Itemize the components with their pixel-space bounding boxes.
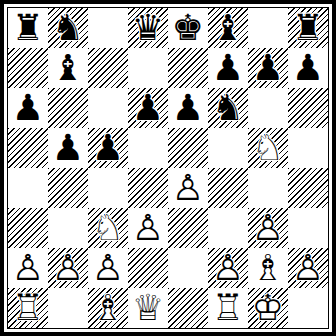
square-h2[interactable]: ♟♙ bbox=[288, 248, 328, 288]
piece-glyph: ♟ bbox=[248, 48, 288, 88]
square-e3[interactable] bbox=[168, 208, 208, 248]
square-e8[interactable]: ♚ bbox=[168, 8, 208, 48]
piece-bP-e6: ♟ bbox=[168, 88, 208, 128]
square-a5[interactable] bbox=[8, 128, 48, 168]
square-b5[interactable]: ♟ bbox=[48, 128, 88, 168]
piece-bB-f8: ♝ bbox=[208, 8, 248, 48]
square-d4[interactable] bbox=[128, 168, 168, 208]
piece-glyph: ♟ bbox=[128, 88, 168, 128]
square-a2[interactable]: ♟♙ bbox=[8, 248, 48, 288]
piece-glyph: ♜ bbox=[288, 8, 328, 48]
square-a8[interactable]: ♜ bbox=[8, 8, 48, 48]
square-d2[interactable] bbox=[128, 248, 168, 288]
piece-glyph: ♜ bbox=[8, 8, 48, 48]
square-b4[interactable] bbox=[48, 168, 88, 208]
piece-bB-b7: ♝ bbox=[48, 48, 88, 88]
square-c3[interactable]: ♞♘ bbox=[88, 208, 128, 248]
piece-glyph-outline: ♙ bbox=[88, 248, 128, 288]
square-c6[interactable] bbox=[88, 88, 128, 128]
square-a7[interactable] bbox=[8, 48, 48, 88]
square-c7[interactable] bbox=[88, 48, 128, 88]
piece-glyph-outline: ♙ bbox=[128, 208, 168, 248]
piece-glyph-outline: ♙ bbox=[248, 208, 288, 248]
piece-glyph-outline: ♕ bbox=[128, 288, 168, 328]
piece-bN-b8: ♞ bbox=[48, 8, 88, 48]
piece-glyph: ♛ bbox=[128, 8, 168, 48]
piece-bN-f6: ♞ bbox=[208, 88, 248, 128]
piece-glyph-outline: ♘ bbox=[88, 208, 128, 248]
piece-bQ-d8: ♛ bbox=[128, 8, 168, 48]
piece-glyph: ♝ bbox=[48, 48, 88, 88]
piece-glyph: ♟ bbox=[208, 48, 248, 88]
piece-bP-c5: ♟ bbox=[88, 128, 128, 168]
piece-wK-g1: ♚♔ bbox=[248, 288, 288, 328]
piece-wP-h2: ♟♙ bbox=[288, 248, 328, 288]
piece-glyph-outline: ♙ bbox=[168, 168, 208, 208]
square-b7[interactable]: ♝ bbox=[48, 48, 88, 88]
square-d6[interactable]: ♟ bbox=[128, 88, 168, 128]
square-c4[interactable] bbox=[88, 168, 128, 208]
piece-glyph: ♟ bbox=[288, 48, 328, 88]
square-h1[interactable] bbox=[288, 288, 328, 328]
piece-glyph-outline: ♖ bbox=[8, 288, 48, 328]
piece-wP-f2: ♟♙ bbox=[208, 248, 248, 288]
square-g1[interactable]: ♚♔ bbox=[248, 288, 288, 328]
square-b2[interactable]: ♟♙ bbox=[48, 248, 88, 288]
piece-bP-a6: ♟ bbox=[8, 88, 48, 128]
piece-glyph-outline: ♖ bbox=[208, 288, 248, 328]
square-f6[interactable]: ♞ bbox=[208, 88, 248, 128]
piece-glyph: ♞ bbox=[48, 8, 88, 48]
piece-glyph-outline: ♙ bbox=[288, 248, 328, 288]
square-h6[interactable] bbox=[288, 88, 328, 128]
square-f5[interactable] bbox=[208, 128, 248, 168]
piece-wR-a1: ♜♖ bbox=[8, 288, 48, 328]
square-h8[interactable]: ♜ bbox=[288, 8, 328, 48]
square-e2[interactable] bbox=[168, 248, 208, 288]
square-c5[interactable]: ♟ bbox=[88, 128, 128, 168]
board-frame: ♜♞♛♚♝♜♝♟♟♟♟♟♟♞♟♟♞♘♟♙♞♘♟♙♟♙♟♙♟♙♟♙♟♙♝♗♟♙♜♖… bbox=[0, 0, 336, 336]
square-h4[interactable] bbox=[288, 168, 328, 208]
piece-bP-h7: ♟ bbox=[288, 48, 328, 88]
square-f7[interactable]: ♟ bbox=[208, 48, 248, 88]
square-c1[interactable]: ♝♗ bbox=[88, 288, 128, 328]
piece-wP-d3: ♟♙ bbox=[128, 208, 168, 248]
square-e1[interactable] bbox=[168, 288, 208, 328]
chess-board: ♜♞♛♚♝♜♝♟♟♟♟♟♟♞♟♟♞♘♟♙♞♘♟♙♟♙♟♙♟♙♟♙♟♙♝♗♟♙♜♖… bbox=[8, 8, 328, 328]
piece-wP-a2: ♟♙ bbox=[8, 248, 48, 288]
square-g8[interactable] bbox=[248, 8, 288, 48]
piece-wB-g2: ♝♗ bbox=[248, 248, 288, 288]
square-d1[interactable]: ♛♕ bbox=[128, 288, 168, 328]
square-e7[interactable] bbox=[168, 48, 208, 88]
piece-bP-d6: ♟ bbox=[128, 88, 168, 128]
square-g7[interactable]: ♟ bbox=[248, 48, 288, 88]
piece-wP-e4: ♟♙ bbox=[168, 168, 208, 208]
square-b6[interactable] bbox=[48, 88, 88, 128]
square-h7[interactable]: ♟ bbox=[288, 48, 328, 88]
piece-wQ-d1: ♛♕ bbox=[128, 288, 168, 328]
square-b1[interactable] bbox=[48, 288, 88, 328]
board-inner-frame: ♜♞♛♚♝♜♝♟♟♟♟♟♟♞♟♟♞♘♟♙♞♘♟♙♟♙♟♙♟♙♟♙♟♙♝♗♟♙♜♖… bbox=[7, 7, 329, 329]
piece-wR-f1: ♜♖ bbox=[208, 288, 248, 328]
square-g5[interactable]: ♞♘ bbox=[248, 128, 288, 168]
square-h5[interactable] bbox=[288, 128, 328, 168]
piece-glyph: ♟ bbox=[8, 88, 48, 128]
square-h3[interactable] bbox=[288, 208, 328, 248]
piece-glyph: ♝ bbox=[208, 8, 248, 48]
piece-glyph-outline: ♗ bbox=[88, 288, 128, 328]
square-g6[interactable] bbox=[248, 88, 288, 128]
piece-bP-f7: ♟ bbox=[208, 48, 248, 88]
piece-glyph: ♟ bbox=[48, 128, 88, 168]
piece-bR-h8: ♜ bbox=[288, 8, 328, 48]
square-b3[interactable] bbox=[48, 208, 88, 248]
piece-bP-b5: ♟ bbox=[48, 128, 88, 168]
piece-wN-c3: ♞♘ bbox=[88, 208, 128, 248]
piece-glyph: ♞ bbox=[208, 88, 248, 128]
piece-wP-g3: ♟♙ bbox=[248, 208, 288, 248]
square-d7[interactable] bbox=[128, 48, 168, 88]
piece-glyph-outline: ♗ bbox=[248, 248, 288, 288]
square-f8[interactable]: ♝ bbox=[208, 8, 248, 48]
piece-wB-c1: ♝♗ bbox=[88, 288, 128, 328]
square-a4[interactable] bbox=[8, 168, 48, 208]
square-f4[interactable] bbox=[208, 168, 248, 208]
piece-bP-g7: ♟ bbox=[248, 48, 288, 88]
piece-bR-a8: ♜ bbox=[8, 8, 48, 48]
square-f1[interactable]: ♜♖ bbox=[208, 288, 248, 328]
piece-glyph: ♟ bbox=[168, 88, 208, 128]
square-a1[interactable]: ♜♖ bbox=[8, 288, 48, 328]
piece-bK-e8: ♚ bbox=[168, 8, 208, 48]
square-c8[interactable] bbox=[88, 8, 128, 48]
square-a6[interactable]: ♟ bbox=[8, 88, 48, 128]
piece-glyph-outline: ♙ bbox=[8, 248, 48, 288]
piece-glyph-outline: ♘ bbox=[248, 128, 288, 168]
square-g4[interactable] bbox=[248, 168, 288, 208]
piece-wP-b2: ♟♙ bbox=[48, 248, 88, 288]
piece-wN-g5: ♞♘ bbox=[248, 128, 288, 168]
square-a3[interactable] bbox=[8, 208, 48, 248]
piece-glyph-outline: ♙ bbox=[48, 248, 88, 288]
square-d8[interactable]: ♛ bbox=[128, 8, 168, 48]
piece-wP-c2: ♟♙ bbox=[88, 248, 128, 288]
square-c2[interactable]: ♟♙ bbox=[88, 248, 128, 288]
piece-glyph: ♟ bbox=[88, 128, 128, 168]
square-e5[interactable] bbox=[168, 128, 208, 168]
square-d3[interactable]: ♟♙ bbox=[128, 208, 168, 248]
square-g3[interactable]: ♟♙ bbox=[248, 208, 288, 248]
piece-glyph: ♚ bbox=[168, 8, 208, 48]
square-f2[interactable]: ♟♙ bbox=[208, 248, 248, 288]
square-d5[interactable] bbox=[128, 128, 168, 168]
square-e4[interactable]: ♟♙ bbox=[168, 168, 208, 208]
square-g2[interactable]: ♝♗ bbox=[248, 248, 288, 288]
square-f3[interactable] bbox=[208, 208, 248, 248]
piece-glyph-outline: ♙ bbox=[208, 248, 248, 288]
piece-glyph-outline: ♔ bbox=[248, 288, 288, 328]
square-e6[interactable]: ♟ bbox=[168, 88, 208, 128]
square-b8[interactable]: ♞ bbox=[48, 8, 88, 48]
